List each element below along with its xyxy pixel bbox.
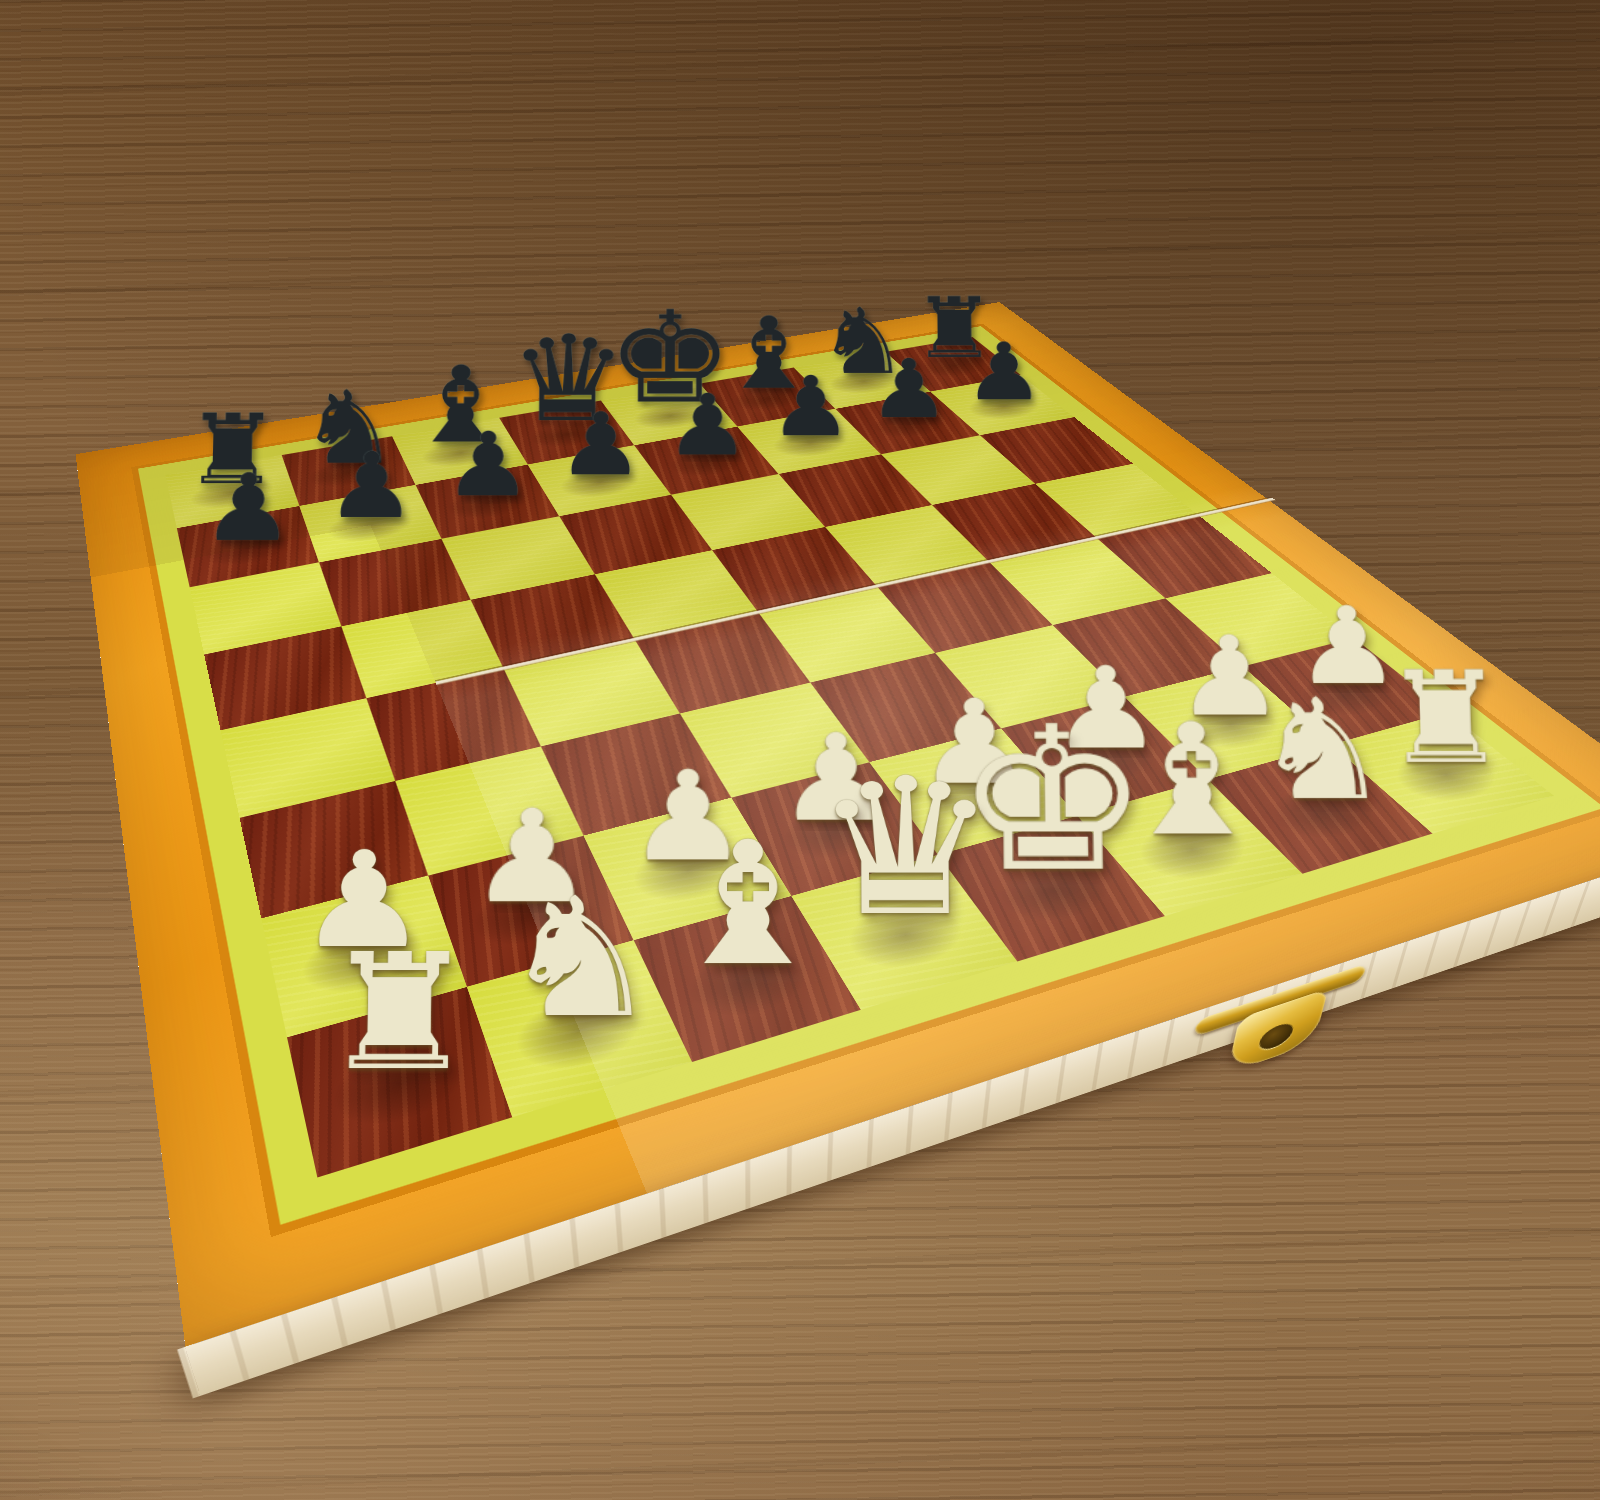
square-b5	[341, 599, 504, 698]
square-a1: ♜	[287, 987, 512, 1178]
piece-white-rook: ♜	[1380, 655, 1509, 782]
piece-black-pawn: ♟	[443, 420, 533, 509]
piece-white-knight: ♞	[498, 875, 661, 1040]
piece-white-rook: ♜	[320, 933, 479, 1094]
square-a6	[190, 562, 341, 654]
piece-white-bishop: ♝	[664, 819, 832, 990]
piece-black-pawn: ♟	[665, 383, 750, 468]
board-playing-area: ♜♞♝♛♚♝♞♜♟♟♟♟♟♟♟♟♟♟♟♟♟♟♟♟♜♞♝♛♚♝♞♜	[138, 326, 1600, 1225]
piece-black-pawn: ♟	[963, 332, 1044, 412]
piece-black-pawn: ♟	[868, 348, 950, 429]
piece-black-pawn: ♟	[557, 401, 644, 488]
piece-white-knight: ♞	[1251, 679, 1392, 819]
board-grid: ♜♞♝♛♚♝♞♜♟♟♟♟♟♟♟♟♟♟♟♟♟♟♟♟♜♞♝♛♚♝♞♜	[165, 337, 1554, 1177]
piece-black-pawn: ♟	[325, 440, 417, 531]
board-top-face: ♜♞♝♛♚♝♞♜♟♟♟♟♟♟♟♟♟♟♟♟♟♟♟♟♜♞♝♛♚♝♞♜	[76, 302, 1600, 1347]
piece-black-pawn: ♟	[201, 461, 296, 554]
piece-black-pawn: ♟	[769, 365, 852, 448]
chess-board: ♜♞♝♛♚♝♞♜♟♟♟♟♟♟♟♟♟♟♟♟♟♟♟♟♜♞♝♛♚♝♞♜	[76, 302, 1600, 1347]
chess-set-product-photo: ♜♞♝♛♚♝♞♜♟♟♟♟♟♟♟♟♟♟♟♟♟♟♟♟♜♞♝♛♚♝♞♜	[0, 0, 1600, 1500]
clasp-hole-icon	[1258, 1020, 1296, 1053]
piece-white-queen: ♛	[812, 754, 999, 943]
